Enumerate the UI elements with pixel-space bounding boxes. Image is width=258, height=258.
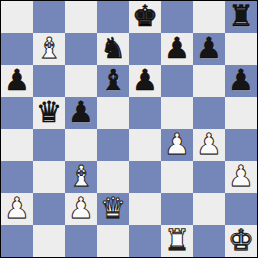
square-f8[interactable] [161, 1, 193, 33]
square-b6[interactable] [33, 65, 65, 97]
square-f4[interactable]: ♟ [161, 129, 193, 161]
square-a6[interactable]: ♟ [1, 65, 33, 97]
piece-white-rook[interactable]: ♜ [164, 225, 190, 256]
square-g5[interactable] [193, 97, 225, 129]
piece-black-knight[interactable]: ♞ [100, 33, 126, 64]
square-c1[interactable] [65, 225, 97, 257]
square-e8[interactable]: ♚ [129, 1, 161, 33]
square-f6[interactable] [161, 65, 193, 97]
square-a3[interactable] [1, 161, 33, 193]
square-c2[interactable]: ♟ [65, 193, 97, 225]
square-d8[interactable] [97, 1, 129, 33]
square-h7[interactable] [225, 33, 257, 65]
square-a8[interactable] [1, 1, 33, 33]
square-g6[interactable] [193, 65, 225, 97]
square-b5[interactable]: ♛ [33, 97, 65, 129]
square-e1[interactable] [129, 225, 161, 257]
piece-white-pawn[interactable]: ♟ [196, 129, 222, 160]
square-c3[interactable]: ♝ [65, 161, 97, 193]
square-d5[interactable] [97, 97, 129, 129]
square-g4[interactable]: ♟ [193, 129, 225, 161]
piece-white-bishop[interactable]: ♝ [68, 161, 94, 192]
square-d1[interactable] [97, 225, 129, 257]
square-g8[interactable] [193, 1, 225, 33]
square-c6[interactable] [65, 65, 97, 97]
piece-white-bishop[interactable]: ♝ [36, 33, 62, 64]
square-a1[interactable] [1, 225, 33, 257]
piece-black-queen[interactable]: ♛ [36, 97, 62, 128]
square-d6[interactable]: ♝ [97, 65, 129, 97]
piece-black-king[interactable]: ♚ [132, 1, 158, 32]
square-f3[interactable] [161, 161, 193, 193]
piece-white-king[interactable]: ♚ [228, 225, 254, 256]
square-f5[interactable] [161, 97, 193, 129]
piece-white-pawn[interactable]: ♟ [68, 193, 94, 224]
square-h2[interactable] [225, 193, 257, 225]
chess-board: ♚♜♝♞♟♟♟♝♟♟♛♟♟♟♝♟♟♟♛♜♚ [0, 0, 258, 258]
square-b4[interactable] [33, 129, 65, 161]
square-g3[interactable] [193, 161, 225, 193]
square-c5[interactable]: ♟ [65, 97, 97, 129]
piece-white-pawn[interactable]: ♟ [4, 193, 30, 224]
square-e3[interactable] [129, 161, 161, 193]
square-a5[interactable] [1, 97, 33, 129]
square-b7[interactable]: ♝ [33, 33, 65, 65]
square-a4[interactable] [1, 129, 33, 161]
square-b1[interactable] [33, 225, 65, 257]
square-a2[interactable]: ♟ [1, 193, 33, 225]
square-d3[interactable] [97, 161, 129, 193]
square-a7[interactable] [1, 33, 33, 65]
square-b8[interactable] [33, 1, 65, 33]
square-e2[interactable] [129, 193, 161, 225]
piece-white-pawn[interactable]: ♟ [228, 161, 254, 192]
piece-black-pawn[interactable]: ♟ [196, 33, 222, 64]
square-f1[interactable]: ♜ [161, 225, 193, 257]
square-h3[interactable]: ♟ [225, 161, 257, 193]
square-g2[interactable] [193, 193, 225, 225]
square-e7[interactable] [129, 33, 161, 65]
piece-black-bishop[interactable]: ♝ [100, 65, 126, 96]
square-g1[interactable] [193, 225, 225, 257]
piece-black-pawn[interactable]: ♟ [164, 33, 190, 64]
piece-black-rook[interactable]: ♜ [228, 1, 254, 32]
square-b2[interactable] [33, 193, 65, 225]
square-f7[interactable]: ♟ [161, 33, 193, 65]
square-d4[interactable] [97, 129, 129, 161]
square-e6[interactable]: ♟ [129, 65, 161, 97]
square-h1[interactable]: ♚ [225, 225, 257, 257]
square-c8[interactable] [65, 1, 97, 33]
square-f2[interactable] [161, 193, 193, 225]
square-g7[interactable]: ♟ [193, 33, 225, 65]
square-c4[interactable] [65, 129, 97, 161]
square-d2[interactable]: ♛ [97, 193, 129, 225]
square-c7[interactable] [65, 33, 97, 65]
square-e4[interactable] [129, 129, 161, 161]
piece-black-pawn[interactable]: ♟ [4, 65, 30, 96]
piece-black-pawn[interactable]: ♟ [68, 97, 94, 128]
square-h5[interactable] [225, 97, 257, 129]
piece-white-queen[interactable]: ♛ [100, 193, 126, 224]
square-h8[interactable]: ♜ [225, 1, 257, 33]
square-h4[interactable] [225, 129, 257, 161]
piece-white-pawn[interactable]: ♟ [164, 129, 190, 160]
piece-black-pawn[interactable]: ♟ [132, 65, 158, 96]
square-b3[interactable] [33, 161, 65, 193]
square-e5[interactable] [129, 97, 161, 129]
square-h6[interactable]: ♟ [225, 65, 257, 97]
piece-black-pawn[interactable]: ♟ [228, 65, 254, 96]
square-d7[interactable]: ♞ [97, 33, 129, 65]
